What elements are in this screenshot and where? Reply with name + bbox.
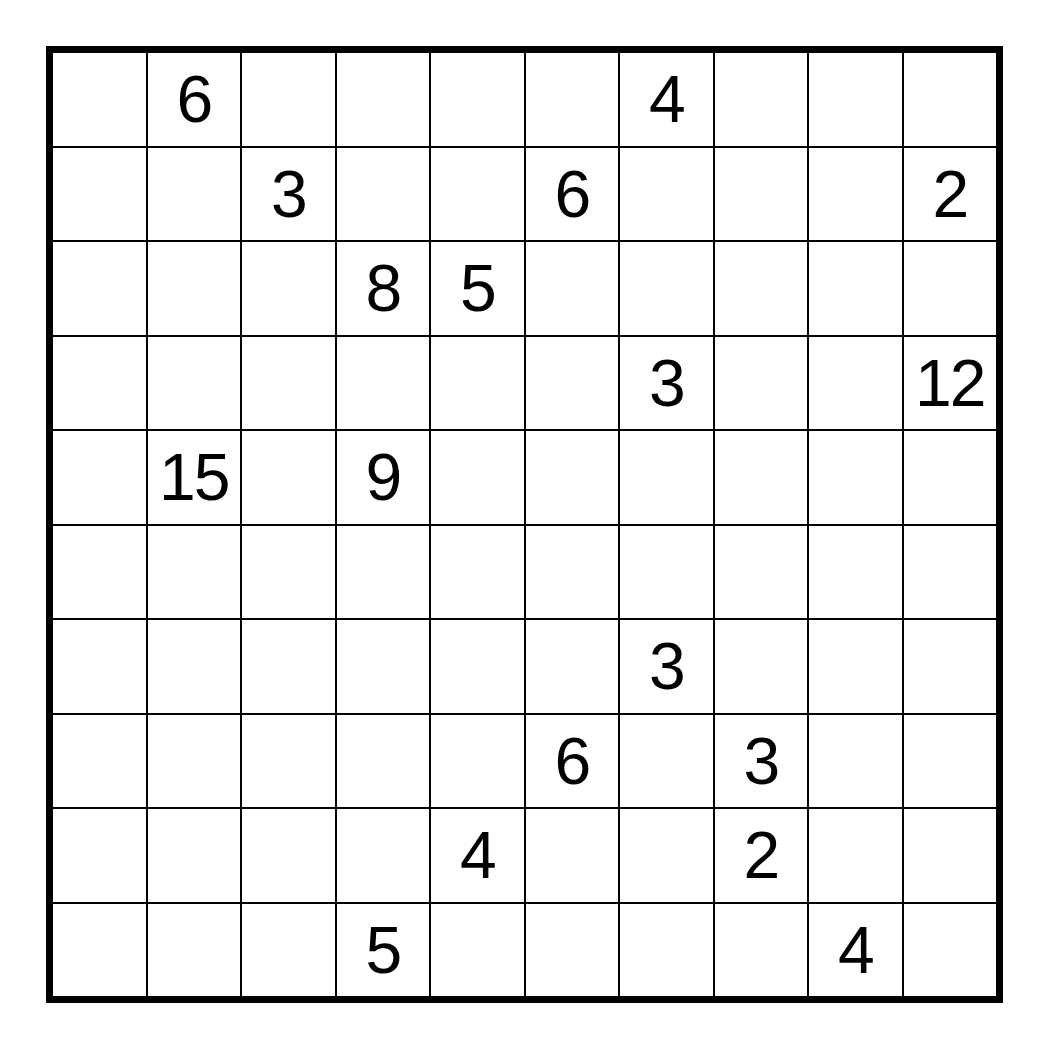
cell-r2c2[interactable] (148, 148, 241, 241)
cell-r7c1[interactable] (53, 620, 146, 713)
cell-r1c7[interactable]: 4 (620, 53, 713, 146)
cell-r10c8[interactable] (715, 904, 808, 997)
cell-r1c2[interactable]: 6 (148, 53, 241, 146)
cell-r1c10[interactable] (904, 53, 997, 146)
cell-r1c5[interactable] (431, 53, 524, 146)
cell-r7c4[interactable] (337, 620, 430, 713)
cell-r4c6[interactable] (526, 337, 619, 430)
cell-r9c7[interactable] (620, 809, 713, 902)
cell-r1c9[interactable] (809, 53, 902, 146)
cell-r10c5[interactable] (431, 904, 524, 997)
cell-r5c9[interactable] (809, 431, 902, 524)
cell-r9c1[interactable] (53, 809, 146, 902)
cell-r10c10[interactable] (904, 904, 997, 997)
cell-r8c10[interactable] (904, 715, 997, 808)
cell-r3c2[interactable] (148, 242, 241, 335)
cell-r8c8[interactable]: 3 (715, 715, 808, 808)
cell-r3c9[interactable] (809, 242, 902, 335)
cell-r6c10[interactable] (904, 526, 997, 619)
clue-number: 2 (743, 822, 778, 888)
cell-r9c8[interactable]: 2 (715, 809, 808, 902)
cell-r7c2[interactable] (148, 620, 241, 713)
cell-r5c10[interactable] (904, 431, 997, 524)
cell-r8c9[interactable] (809, 715, 902, 808)
cell-r4c5[interactable] (431, 337, 524, 430)
cell-r4c4[interactable] (337, 337, 430, 430)
cell-r5c2[interactable]: 15 (148, 431, 241, 524)
cell-r10c7[interactable] (620, 904, 713, 997)
cell-r6c5[interactable] (431, 526, 524, 619)
cell-r1c8[interactable] (715, 53, 808, 146)
clue-number: 15 (159, 444, 228, 510)
cell-r4c1[interactable] (53, 337, 146, 430)
cell-r7c5[interactable] (431, 620, 524, 713)
cell-r1c1[interactable] (53, 53, 146, 146)
clue-number: 3 (743, 728, 778, 794)
cell-r2c10[interactable]: 2 (904, 148, 997, 241)
cell-r3c8[interactable] (715, 242, 808, 335)
cell-r2c4[interactable] (337, 148, 430, 241)
clue-number: 3 (649, 633, 684, 699)
cell-r9c5[interactable]: 4 (431, 809, 524, 902)
cell-r7c9[interactable] (809, 620, 902, 713)
cell-r6c4[interactable] (337, 526, 430, 619)
cell-r10c6[interactable] (526, 904, 619, 997)
cell-r7c3[interactable] (242, 620, 335, 713)
cell-r7c8[interactable] (715, 620, 808, 713)
cell-r4c7[interactable]: 3 (620, 337, 713, 430)
cell-r7c10[interactable] (904, 620, 997, 713)
cell-r4c10[interactable]: 12 (904, 337, 997, 430)
clue-number: 6 (554, 728, 589, 794)
cell-r2c3[interactable]: 3 (242, 148, 335, 241)
cell-r8c6[interactable]: 6 (526, 715, 619, 808)
cell-r6c6[interactable] (526, 526, 619, 619)
cell-r5c4[interactable]: 9 (337, 431, 430, 524)
cell-r1c3[interactable] (242, 53, 335, 146)
clue-number: 3 (649, 350, 684, 416)
cell-r9c10[interactable] (904, 809, 997, 902)
cell-r6c2[interactable] (148, 526, 241, 619)
cell-r5c1[interactable] (53, 431, 146, 524)
cell-r6c1[interactable] (53, 526, 146, 619)
clue-number: 2 (932, 161, 967, 227)
cell-r10c3[interactable] (242, 904, 335, 997)
cell-r6c7[interactable] (620, 526, 713, 619)
cell-r3c6[interactable] (526, 242, 619, 335)
shikaku-board: 64362853121593634254 (46, 46, 1003, 1003)
cell-r2c6[interactable]: 6 (526, 148, 619, 241)
cell-r2c7[interactable] (620, 148, 713, 241)
cell-r2c9[interactable] (809, 148, 902, 241)
cell-r4c2[interactable] (148, 337, 241, 430)
clue-number: 4 (838, 917, 873, 983)
cell-r5c5[interactable] (431, 431, 524, 524)
cell-r8c4[interactable] (337, 715, 430, 808)
cell-r2c8[interactable] (715, 148, 808, 241)
clue-number: 12 (915, 350, 984, 416)
clue-number: 5 (460, 255, 495, 321)
cell-r9c6[interactable] (526, 809, 619, 902)
cell-r9c4[interactable] (337, 809, 430, 902)
cell-r9c3[interactable] (242, 809, 335, 902)
cell-r10c4[interactable]: 5 (337, 904, 430, 997)
cell-r3c3[interactable] (242, 242, 335, 335)
cell-r9c9[interactable] (809, 809, 902, 902)
cell-r1c6[interactable] (526, 53, 619, 146)
clue-number: 8 (365, 255, 400, 321)
puzzle-grid: 64362853121593634254 (53, 53, 996, 996)
cell-r3c10[interactable] (904, 242, 997, 335)
clue-number: 6 (554, 161, 589, 227)
cell-r2c5[interactable] (431, 148, 524, 241)
cell-r7c6[interactable] (526, 620, 619, 713)
clue-number: 6 (176, 66, 211, 132)
clue-number: 4 (460, 822, 495, 888)
cell-r2c1[interactable] (53, 148, 146, 241)
cell-r4c9[interactable] (809, 337, 902, 430)
cell-r3c5[interactable]: 5 (431, 242, 524, 335)
clue-number: 4 (649, 66, 684, 132)
cell-r5c3[interactable] (242, 431, 335, 524)
cell-r8c1[interactable] (53, 715, 146, 808)
cell-r10c9[interactable]: 4 (809, 904, 902, 997)
clue-number: 3 (271, 161, 306, 227)
cell-r3c7[interactable] (620, 242, 713, 335)
cell-r8c7[interactable] (620, 715, 713, 808)
cell-r4c8[interactable] (715, 337, 808, 430)
cell-r8c2[interactable] (148, 715, 241, 808)
cell-r9c2[interactable] (148, 809, 241, 902)
cell-r3c1[interactable] (53, 242, 146, 335)
clue-number: 5 (365, 917, 400, 983)
cell-r10c1[interactable] (53, 904, 146, 997)
cell-r4c3[interactable] (242, 337, 335, 430)
cell-r6c3[interactable] (242, 526, 335, 619)
cell-r6c8[interactable] (715, 526, 808, 619)
cell-r1c4[interactable] (337, 53, 430, 146)
cell-r10c2[interactable] (148, 904, 241, 997)
cell-r8c5[interactable] (431, 715, 524, 808)
cell-r8c3[interactable] (242, 715, 335, 808)
cell-r5c7[interactable] (620, 431, 713, 524)
cell-r5c8[interactable] (715, 431, 808, 524)
cell-r7c7[interactable]: 3 (620, 620, 713, 713)
cell-r5c6[interactable] (526, 431, 619, 524)
clue-number: 9 (365, 444, 400, 510)
cell-r6c9[interactable] (809, 526, 902, 619)
cell-r3c4[interactable]: 8 (337, 242, 430, 335)
